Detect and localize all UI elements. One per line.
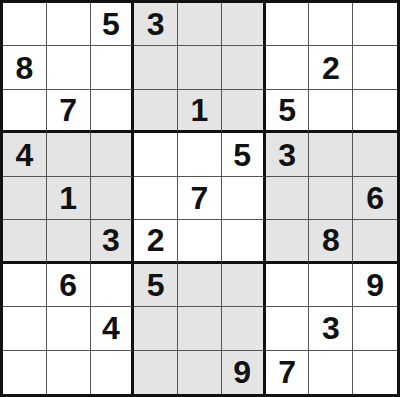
cell-r1c8[interactable] [309, 3, 353, 46]
cell-r2c2[interactable] [47, 46, 91, 89]
cell-r7c8[interactable] [309, 264, 353, 307]
given-digit: 8 [322, 224, 340, 256]
given-digit: 5 [147, 269, 165, 301]
cell-r5c9[interactable]: 6 [353, 177, 397, 220]
given-digit: 5 [102, 8, 120, 40]
cell-r1c9[interactable] [353, 3, 397, 46]
cell-r4c2[interactable] [47, 133, 91, 176]
cell-r5c6[interactable] [222, 177, 266, 220]
cell-r6c9[interactable] [353, 220, 397, 263]
cell-r9c5[interactable] [178, 351, 222, 394]
cell-r9c6[interactable]: 9 [222, 351, 266, 394]
sudoku-puzzle: 53827154531763286594397 [0, 0, 400, 397]
cell-r2c4[interactable] [134, 46, 178, 89]
cell-r7c2[interactable]: 6 [47, 264, 91, 307]
given-digit: 8 [15, 52, 33, 84]
cell-r6c5[interactable] [178, 220, 222, 263]
cell-r9c1[interactable] [3, 351, 47, 394]
cell-r9c2[interactable] [47, 351, 91, 394]
cell-r2c6[interactable] [222, 46, 266, 89]
cell-r1c5[interactable] [178, 3, 222, 46]
given-digit: 9 [366, 269, 384, 301]
given-digit: 1 [59, 182, 77, 214]
cell-r1c1[interactable] [3, 3, 47, 46]
cell-r5c1[interactable] [3, 177, 47, 220]
cell-r4c7[interactable]: 3 [266, 133, 310, 176]
given-digit: 7 [191, 182, 209, 214]
given-digit: 3 [147, 8, 165, 40]
cell-r7c1[interactable] [3, 264, 47, 307]
cell-r8c2[interactable] [47, 307, 91, 350]
cell-r1c4[interactable]: 3 [134, 3, 178, 46]
cell-r9c3[interactable] [91, 351, 135, 394]
cell-r9c4[interactable] [134, 351, 178, 394]
cell-r3c3[interactable] [91, 90, 135, 133]
given-digit: 1 [191, 94, 209, 126]
cell-r8c1[interactable] [3, 307, 47, 350]
given-digit: 3 [322, 312, 340, 344]
given-digit: 6 [366, 182, 384, 214]
given-digit: 2 [322, 52, 340, 84]
cell-r7c9[interactable]: 9 [353, 264, 397, 307]
cell-r3c8[interactable] [309, 90, 353, 133]
given-digit: 6 [59, 269, 77, 301]
cell-r6c7[interactable] [266, 220, 310, 263]
cell-r7c6[interactable] [222, 264, 266, 307]
cell-r6c8[interactable]: 8 [309, 220, 353, 263]
cell-r4c1[interactable]: 4 [3, 133, 47, 176]
cell-r6c6[interactable] [222, 220, 266, 263]
cell-r4c3[interactable] [91, 133, 135, 176]
given-digit: 5 [278, 94, 296, 126]
cell-r5c4[interactable] [134, 177, 178, 220]
cell-r6c2[interactable] [47, 220, 91, 263]
cell-r1c6[interactable] [222, 3, 266, 46]
cell-r2c7[interactable] [266, 46, 310, 89]
given-digit: 7 [278, 356, 296, 388]
cell-r7c5[interactable] [178, 264, 222, 307]
given-digit: 4 [102, 312, 120, 344]
given-digit: 7 [59, 94, 77, 126]
cell-r3c5[interactable]: 1 [178, 90, 222, 133]
cell-r3c1[interactable] [3, 90, 47, 133]
given-digit: 3 [278, 139, 296, 171]
cell-r5c7[interactable] [266, 177, 310, 220]
given-digit: 2 [147, 224, 165, 256]
given-digit: 9 [233, 356, 251, 388]
cell-r6c1[interactable] [3, 220, 47, 263]
cell-r7c4[interactable]: 5 [134, 264, 178, 307]
cell-r5c3[interactable] [91, 177, 135, 220]
cell-r1c3[interactable]: 5 [91, 3, 135, 46]
cell-r3c6[interactable] [222, 90, 266, 133]
cell-r3c2[interactable]: 7 [47, 90, 91, 133]
given-digit: 5 [233, 139, 251, 171]
cell-r3c9[interactable] [353, 90, 397, 133]
cell-r3c4[interactable] [134, 90, 178, 133]
given-digit: 3 [102, 224, 120, 256]
cell-r8c6[interactable] [222, 307, 266, 350]
cell-r5c5[interactable]: 7 [178, 177, 222, 220]
cell-r6c4[interactable]: 2 [134, 220, 178, 263]
cell-r2c3[interactable] [91, 46, 135, 89]
cell-r7c7[interactable] [266, 264, 310, 307]
cell-r9c9[interactable] [353, 351, 397, 394]
cell-r2c1[interactable]: 8 [3, 46, 47, 89]
cell-r5c8[interactable] [309, 177, 353, 220]
cell-r8c7[interactable] [266, 307, 310, 350]
cell-r4c4[interactable] [134, 133, 178, 176]
cell-r4c5[interactable] [178, 133, 222, 176]
cell-r5c2[interactable]: 1 [47, 177, 91, 220]
cell-r9c8[interactable] [309, 351, 353, 394]
cell-r3c7[interactable]: 5 [266, 90, 310, 133]
cell-r8c3[interactable]: 4 [91, 307, 135, 350]
cell-r4c9[interactable] [353, 133, 397, 176]
cell-r1c2[interactable] [47, 3, 91, 46]
cell-r2c9[interactable] [353, 46, 397, 89]
cell-r1c7[interactable] [266, 3, 310, 46]
cell-r8c4[interactable] [134, 307, 178, 350]
cell-r8c9[interactable] [353, 307, 397, 350]
cell-r8c5[interactable] [178, 307, 222, 350]
cell-r9c7[interactable]: 7 [266, 351, 310, 394]
cell-r2c5[interactable] [178, 46, 222, 89]
sudoku-board: 53827154531763286594397 [0, 0, 400, 397]
cell-r4c6[interactable]: 5 [222, 133, 266, 176]
cell-r2c8[interactable]: 2 [309, 46, 353, 89]
cell-r8c8[interactable]: 3 [309, 307, 353, 350]
cell-r6c3[interactable]: 3 [91, 220, 135, 263]
cell-r7c3[interactable] [91, 264, 135, 307]
given-digit: 4 [15, 139, 33, 171]
cell-r4c8[interactable] [309, 133, 353, 176]
